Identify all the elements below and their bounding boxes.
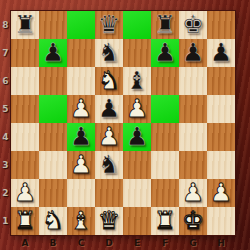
rank-label-6: 6 — [0, 67, 11, 95]
square-b4[interactable] — [39, 123, 67, 151]
square-f4[interactable] — [151, 123, 179, 151]
rank-label-2: 2 — [0, 179, 11, 207]
rank-label-4: 4 — [0, 123, 11, 151]
square-g7[interactable]: ♟ — [179, 39, 207, 67]
rank-label-3: 3 — [0, 151, 11, 179]
chess-board: ♜♛♜♚♟♞♟♟♟♞♝♟♟♟♟♟♟♟♞♟♟♟♜♞♝♛♜♚ — [11, 11, 235, 235]
piece-black-pawn[interactable]: ♟ — [126, 124, 148, 149]
piece-white-pawn[interactable]: ♟ — [14, 180, 36, 205]
square-e6[interactable]: ♝ — [123, 67, 151, 95]
piece-black-pawn[interactable]: ♟ — [70, 124, 92, 149]
piece-black-bishop[interactable]: ♝ — [126, 68, 148, 93]
piece-white-rook[interactable]: ♜ — [14, 208, 36, 233]
file-label-f: F — [151, 235, 179, 250]
square-e7[interactable] — [123, 39, 151, 67]
piece-white-pawn[interactable]: ♟ — [126, 96, 148, 121]
file-label-e: E — [123, 235, 151, 250]
chess-board-frame: 87654321 ABCDEFGH ♜♛♜♚♟♞♟♟♟♞♝♟♟♟♟♟♟♟♞♟♟♟… — [0, 0, 250, 250]
square-f1[interactable]: ♜ — [151, 207, 179, 235]
square-h8[interactable] — [207, 11, 235, 39]
square-c4[interactable]: ♟ — [67, 123, 95, 151]
piece-white-pawn[interactable]: ♟ — [70, 152, 92, 177]
piece-white-pawn[interactable]: ♟ — [70, 96, 92, 121]
piece-white-rook[interactable]: ♜ — [154, 208, 176, 233]
square-e4[interactable]: ♟ — [123, 123, 151, 151]
piece-black-rook[interactable]: ♜ — [14, 12, 36, 37]
piece-black-knight[interactable]: ♞ — [98, 40, 120, 65]
piece-black-rook[interactable]: ♜ — [154, 12, 176, 37]
piece-black-pawn[interactable]: ♟ — [98, 96, 120, 121]
square-g1[interactable]: ♚ — [179, 207, 207, 235]
square-h4[interactable] — [207, 123, 235, 151]
square-d2[interactable] — [95, 179, 123, 207]
piece-white-queen[interactable]: ♛ — [98, 208, 120, 233]
square-d7[interactable]: ♞ — [95, 39, 123, 67]
square-a1[interactable]: ♜ — [11, 207, 39, 235]
square-g6[interactable] — [179, 67, 207, 95]
square-e2[interactable] — [123, 179, 151, 207]
rank-label-1: 1 — [0, 207, 11, 235]
piece-white-knight[interactable]: ♞ — [42, 208, 64, 233]
square-g5[interactable] — [179, 95, 207, 123]
piece-black-king[interactable]: ♚ — [182, 12, 204, 37]
square-f5[interactable] — [151, 95, 179, 123]
piece-white-bishop[interactable]: ♝ — [70, 208, 92, 233]
square-d1[interactable]: ♛ — [95, 207, 123, 235]
file-label-a: A — [11, 235, 39, 250]
square-b5[interactable] — [39, 95, 67, 123]
square-f6[interactable] — [151, 67, 179, 95]
rank-label-5: 5 — [0, 95, 11, 123]
square-g8[interactable]: ♚ — [179, 11, 207, 39]
square-f3[interactable] — [151, 151, 179, 179]
square-a6[interactable] — [11, 67, 39, 95]
square-a8[interactable]: ♜ — [11, 11, 39, 39]
square-a7[interactable] — [11, 39, 39, 67]
square-a4[interactable] — [11, 123, 39, 151]
square-h3[interactable] — [207, 151, 235, 179]
rank-labels: 87654321 — [0, 11, 11, 235]
rank-label-8: 8 — [0, 11, 11, 39]
file-label-h: H — [207, 235, 235, 250]
file-labels: ABCDEFGH — [11, 235, 235, 250]
square-a2[interactable]: ♟ — [11, 179, 39, 207]
piece-white-knight[interactable]: ♞ — [98, 68, 120, 93]
square-c3[interactable]: ♟ — [67, 151, 95, 179]
square-d8[interactable]: ♛ — [95, 11, 123, 39]
file-label-c: C — [67, 235, 95, 250]
square-f7[interactable]: ♟ — [151, 39, 179, 67]
square-b7[interactable]: ♟ — [39, 39, 67, 67]
square-h7[interactable]: ♟ — [207, 39, 235, 67]
square-e1[interactable] — [123, 207, 151, 235]
square-h2[interactable]: ♟ — [207, 179, 235, 207]
piece-white-pawn[interactable]: ♟ — [98, 124, 120, 149]
square-d5[interactable]: ♟ — [95, 95, 123, 123]
square-d4[interactable]: ♟ — [95, 123, 123, 151]
square-h6[interactable] — [207, 67, 235, 95]
square-g2[interactable]: ♟ — [179, 179, 207, 207]
square-c7[interactable] — [67, 39, 95, 67]
piece-black-queen[interactable]: ♛ — [98, 12, 120, 37]
piece-white-king[interactable]: ♚ — [182, 208, 204, 233]
square-d3[interactable]: ♞ — [95, 151, 123, 179]
square-f2[interactable] — [151, 179, 179, 207]
square-c1[interactable]: ♝ — [67, 207, 95, 235]
square-b3[interactable] — [39, 151, 67, 179]
piece-white-pawn[interactable]: ♟ — [182, 180, 204, 205]
square-b2[interactable] — [39, 179, 67, 207]
square-g4[interactable] — [179, 123, 207, 151]
piece-black-pawn[interactable]: ♟ — [182, 40, 204, 65]
piece-black-knight[interactable]: ♞ — [98, 152, 120, 177]
square-b8[interactable] — [39, 11, 67, 39]
square-b6[interactable] — [39, 67, 67, 95]
square-b1[interactable]: ♞ — [39, 207, 67, 235]
file-label-b: B — [39, 235, 67, 250]
square-c8[interactable] — [67, 11, 95, 39]
square-c5[interactable]: ♟ — [67, 95, 95, 123]
piece-black-pawn[interactable]: ♟ — [42, 40, 64, 65]
file-label-d: D — [95, 235, 123, 250]
square-h1[interactable] — [207, 207, 235, 235]
square-c6[interactable] — [67, 67, 95, 95]
square-e5[interactable]: ♟ — [123, 95, 151, 123]
piece-black-pawn[interactable]: ♟ — [210, 40, 232, 65]
file-label-g: G — [179, 235, 207, 250]
square-e3[interactable] — [123, 151, 151, 179]
rank-label-7: 7 — [0, 39, 11, 67]
piece-white-pawn[interactable]: ♟ — [210, 180, 232, 205]
square-a3[interactable] — [11, 151, 39, 179]
square-c2[interactable] — [67, 179, 95, 207]
square-e8[interactable] — [123, 11, 151, 39]
square-h5[interactable] — [207, 95, 235, 123]
piece-black-pawn[interactable]: ♟ — [154, 40, 176, 65]
square-a5[interactable] — [11, 95, 39, 123]
square-g3[interactable] — [179, 151, 207, 179]
square-f8[interactable]: ♜ — [151, 11, 179, 39]
square-d6[interactable]: ♞ — [95, 67, 123, 95]
